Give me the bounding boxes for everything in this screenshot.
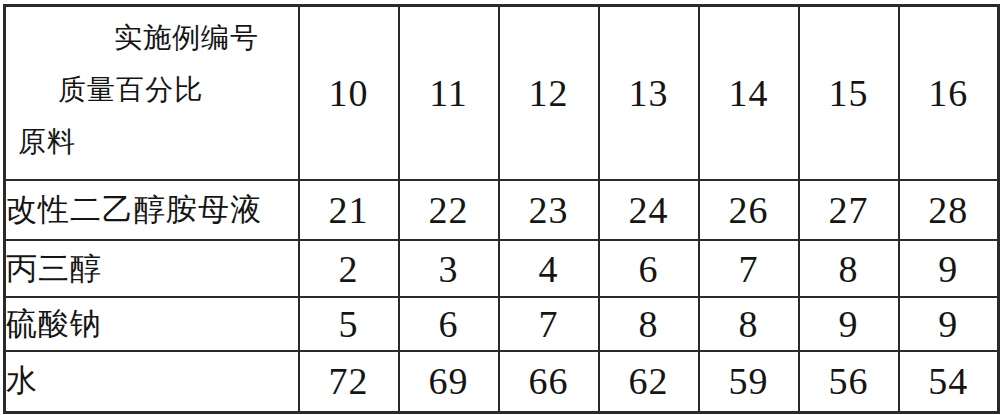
corner-header-lines: 实施例编号 质量百分比 原料 bbox=[6, 7, 298, 179]
value-cell: 22 bbox=[399, 180, 499, 240]
row-label: 水 bbox=[5, 351, 299, 412]
table-row-modified-diethanolamine: 改性二乙醇胺母液 21 22 23 24 26 27 28 bbox=[5, 180, 999, 240]
value-cell: 69 bbox=[399, 351, 499, 412]
value-cell: 56 bbox=[799, 351, 899, 412]
corner-header-cell: 实施例编号 质量百分比 原料 bbox=[5, 6, 299, 181]
value-cell: 2 bbox=[299, 240, 399, 297]
scanned-table-page: 实施例编号 质量百分比 原料 10 11 12 13 14 15 16 改性二乙… bbox=[0, 0, 1000, 415]
column-header-16: 16 bbox=[899, 6, 999, 181]
header-row: 实施例编号 质量百分比 原料 10 11 12 13 14 15 16 bbox=[5, 6, 999, 181]
value-cell: 6 bbox=[599, 240, 699, 297]
value-cell: 5 bbox=[299, 297, 399, 351]
value-cell: 7 bbox=[499, 297, 599, 351]
corner-label-raw-material: 原料 bbox=[6, 125, 298, 159]
column-header-15: 15 bbox=[799, 6, 899, 181]
value-cell: 8 bbox=[599, 297, 699, 351]
row-label: 硫酸钠 bbox=[5, 297, 299, 351]
value-cell: 8 bbox=[799, 240, 899, 297]
value-cell: 3 bbox=[399, 240, 499, 297]
table-row-sodium-sulfate: 硫酸钠 5 6 7 8 8 9 9 bbox=[5, 297, 999, 351]
value-cell: 21 bbox=[299, 180, 399, 240]
composition-table: 实施例编号 质量百分比 原料 10 11 12 13 14 15 16 改性二乙… bbox=[3, 4, 1000, 414]
value-cell: 59 bbox=[699, 351, 799, 412]
value-cell: 9 bbox=[899, 240, 999, 297]
value-cell: 26 bbox=[699, 180, 799, 240]
value-cell: 62 bbox=[599, 351, 699, 412]
column-header-10: 10 bbox=[299, 6, 399, 181]
value-cell: 6 bbox=[399, 297, 499, 351]
value-cell: 4 bbox=[499, 240, 599, 297]
value-cell: 9 bbox=[799, 297, 899, 351]
value-cell: 7 bbox=[699, 240, 799, 297]
value-cell: 72 bbox=[299, 351, 399, 412]
corner-label-mass-percentage: 质量百分比 bbox=[6, 73, 298, 107]
column-header-12: 12 bbox=[499, 6, 599, 181]
value-cell: 27 bbox=[799, 180, 899, 240]
value-cell: 9 bbox=[899, 297, 999, 351]
value-cell: 66 bbox=[499, 351, 599, 412]
value-cell: 23 bbox=[499, 180, 599, 240]
column-header-14: 14 bbox=[699, 6, 799, 181]
value-cell: 54 bbox=[899, 351, 999, 412]
table-row-water: 水 72 69 66 62 59 56 54 bbox=[5, 351, 999, 412]
corner-label-example-number: 实施例编号 bbox=[6, 21, 298, 55]
value-cell: 8 bbox=[699, 297, 799, 351]
value-cell: 28 bbox=[899, 180, 999, 240]
row-label: 改性二乙醇胺母液 bbox=[5, 180, 299, 240]
row-label: 丙三醇 bbox=[5, 240, 299, 297]
column-header-13: 13 bbox=[599, 6, 699, 181]
table-row-glycerol: 丙三醇 2 3 4 6 7 8 9 bbox=[5, 240, 999, 297]
value-cell: 24 bbox=[599, 180, 699, 240]
column-header-11: 11 bbox=[399, 6, 499, 181]
